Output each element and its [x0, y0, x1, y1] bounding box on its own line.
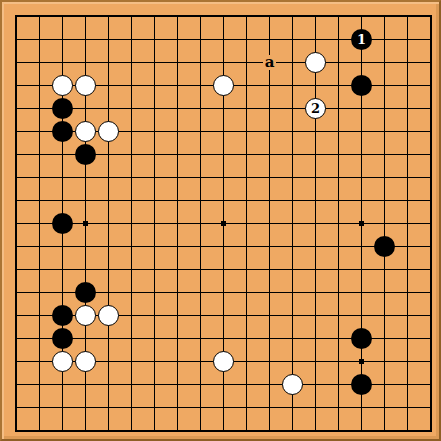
star-point	[359, 221, 364, 226]
white-stone-move-2: 2	[305, 98, 326, 119]
black-stone	[75, 144, 96, 165]
star-point	[83, 221, 88, 226]
white-stone	[282, 374, 303, 395]
black-stone	[374, 236, 395, 257]
board-cells: 12a	[5, 5, 441, 441]
white-stone	[75, 121, 96, 142]
white-stone	[75, 75, 96, 96]
black-stone	[75, 282, 96, 303]
go-board: 12a	[0, 0, 441, 441]
white-stone	[305, 52, 326, 73]
white-stone	[98, 305, 119, 326]
white-stone	[52, 351, 73, 372]
white-stone	[52, 75, 73, 96]
point-label-a: a	[263, 55, 277, 70]
black-stone	[52, 121, 73, 142]
black-stone-move-1: 1	[351, 29, 372, 50]
white-stone	[98, 121, 119, 142]
white-stone	[75, 305, 96, 326]
black-stone	[52, 98, 73, 119]
black-stone	[351, 75, 372, 96]
black-stone	[52, 328, 73, 349]
black-stone	[52, 305, 73, 326]
white-stone	[75, 351, 96, 372]
black-stone	[351, 328, 372, 349]
star-point	[359, 359, 364, 364]
black-stone	[351, 374, 372, 395]
white-stone	[213, 351, 234, 372]
black-stone	[52, 213, 73, 234]
white-stone	[213, 75, 234, 96]
star-point	[221, 221, 226, 226]
